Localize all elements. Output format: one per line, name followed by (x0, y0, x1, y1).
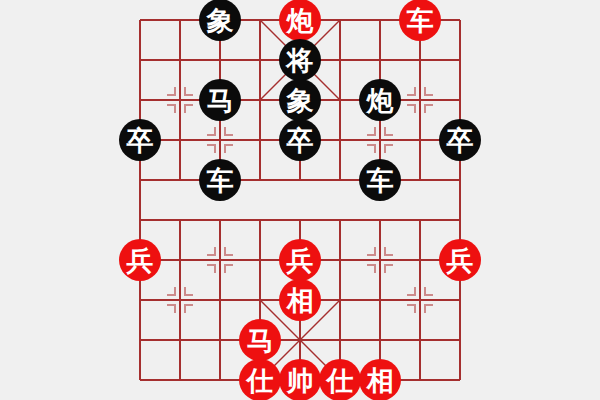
piece-black-chariot[interactable]: 车 (199, 159, 241, 201)
board-cell[interactable]: 马 (240, 320, 280, 360)
board-cell[interactable]: 帅 (280, 360, 320, 400)
board-cell[interactable]: 兵 (120, 240, 160, 280)
piece-black-soldier[interactable]: 卒 (439, 119, 481, 161)
board-cell[interactable]: 车 (400, 0, 440, 40)
piece-red-horse[interactable]: 马 (239, 319, 281, 361)
piece-red-soldier[interactable]: 兵 (119, 239, 161, 281)
piece-black-horse[interactable]: 马 (199, 79, 241, 121)
board-cell[interactable]: 卒 (440, 120, 480, 160)
board-cell[interactable]: 炮 (360, 80, 400, 120)
board-cell[interactable]: 兵 (280, 240, 320, 280)
piece-red-soldier[interactable]: 兵 (279, 239, 321, 281)
piece-black-soldier[interactable]: 卒 (279, 119, 321, 161)
board-cell[interactable]: 象 (200, 0, 240, 40)
board-cell[interactable]: 相 (360, 360, 400, 400)
board-cell[interactable]: 车 (360, 160, 400, 200)
piece-red-advisor[interactable]: 仕 (319, 359, 361, 400)
xiangqi-board: 象炮车将马象炮卒卒卒车车兵兵兵相马仕帅仕相 (0, 0, 600, 400)
piece-red-elephant[interactable]: 相 (359, 359, 401, 400)
board-cell[interactable]: 相 (280, 280, 320, 320)
board-cell[interactable]: 兵 (440, 240, 480, 280)
board-cell[interactable]: 象 (280, 80, 320, 120)
piece-black-elephant[interactable]: 象 (279, 79, 321, 121)
piece-black-cannon[interactable]: 炮 (359, 79, 401, 121)
board-cell[interactable]: 炮 (280, 0, 320, 40)
board-piece-grid[interactable]: 象炮车将马象炮卒卒卒车车兵兵兵相马仕帅仕相 (120, 0, 480, 400)
piece-red-general[interactable]: 帅 (279, 359, 321, 400)
board-cell[interactable]: 仕 (240, 360, 280, 400)
board-cell[interactable]: 车 (200, 160, 240, 200)
piece-black-elephant[interactable]: 象 (199, 0, 241, 41)
piece-black-soldier[interactable]: 卒 (119, 119, 161, 161)
piece-red-soldier[interactable]: 兵 (439, 239, 481, 281)
piece-red-elephant[interactable]: 相 (279, 279, 321, 321)
board-cell[interactable]: 将 (280, 40, 320, 80)
board-cell[interactable]: 卒 (120, 120, 160, 160)
piece-black-chariot[interactable]: 车 (359, 159, 401, 201)
piece-red-chariot[interactable]: 车 (399, 0, 441, 41)
piece-red-cannon[interactable]: 炮 (279, 0, 321, 41)
board-cell[interactable]: 卒 (280, 120, 320, 160)
board-cell[interactable]: 马 (200, 80, 240, 120)
piece-black-general[interactable]: 将 (279, 39, 321, 81)
piece-red-advisor[interactable]: 仕 (239, 359, 281, 400)
board-cell[interactable]: 仕 (320, 360, 360, 400)
